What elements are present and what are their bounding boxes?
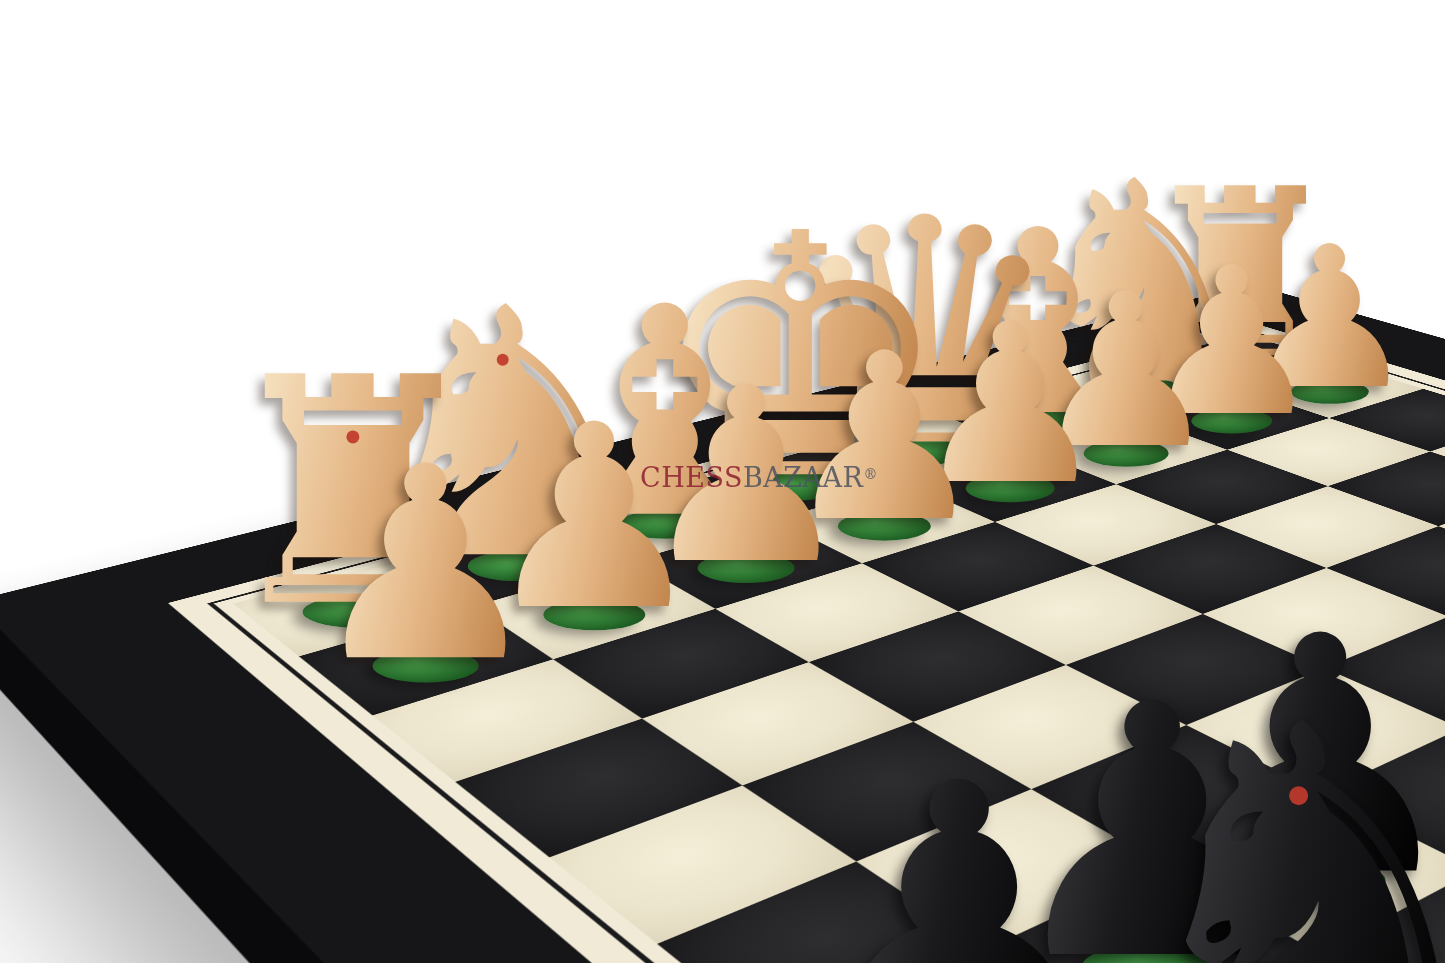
board-margin-band	[167, 321, 1445, 963]
board-frame	[0, 284, 1445, 963]
chess-board	[0, 284, 1445, 963]
brand-watermark-chess: CHESS	[640, 462, 743, 493]
product-photo: ♜♞♝♚♛♝♞♜♟♟♟♟♟♟♟♟♟♟♟♞ CHESSBAZAAR®	[0, 0, 1445, 963]
board-grid	[233, 334, 1445, 963]
brand-watermark-bazaar: BAZAAR	[743, 462, 863, 493]
registered-trademark-icon: ®	[863, 466, 878, 482]
red-crown-stamp-icon	[346, 430, 359, 443]
brand-watermark: CHESSBAZAAR®	[640, 464, 878, 491]
board-scene	[560, 542, 1445, 963]
red-crown-stamp-icon	[496, 353, 509, 366]
